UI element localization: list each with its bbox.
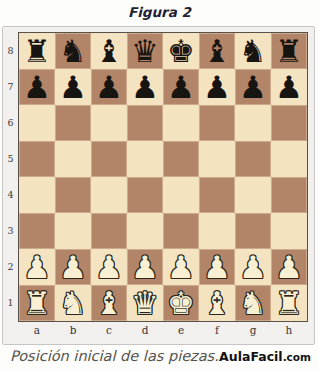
brand-tld: .com [283,351,311,363]
square-b3 [55,213,91,249]
figure-footer: Posición inicial de las piezas. AulaFaci… [0,346,319,364]
file-label-f: f [199,324,235,336]
black-pawn-piece: ♟ [275,69,303,105]
black-pawn-piece: ♟ [239,69,267,105]
brand-logo: AulaFacil.com [219,349,311,364]
square-a4 [19,177,55,213]
rank-label-1: 1 [3,284,18,320]
file-label-h: h [271,324,307,336]
white-pawn-piece: ♟ [131,249,159,285]
file-label-b: b [55,324,91,336]
white-bishop-piece: ♝ [203,285,231,321]
square-e4 [163,177,199,213]
square-g1: ♞ [235,285,271,321]
white-pawn-piece: ♟ [167,249,195,285]
white-pawn-piece: ♟ [59,249,87,285]
square-e7: ♟ [163,69,199,105]
black-pawn-piece: ♟ [167,69,195,105]
white-pawn-piece: ♟ [203,249,231,285]
square-h6 [271,105,307,141]
square-g8: ♞ [235,33,271,69]
rank-label-6: 6 [3,104,18,140]
file-label-c: c [91,324,127,336]
square-d1: ♛ [127,285,163,321]
black-pawn-piece: ♟ [23,69,51,105]
square-f1: ♝ [199,285,235,321]
square-g2: ♟ [235,249,271,285]
square-e6 [163,105,199,141]
figure-caption: Posición inicial de las piezas. [10,348,219,364]
square-f7: ♟ [199,69,235,105]
square-g4 [235,177,271,213]
square-c6 [91,105,127,141]
white-rook-piece: ♜ [23,285,51,321]
black-knight-piece: ♞ [239,33,267,69]
black-rook-piece: ♜ [275,33,303,69]
black-pawn-piece: ♟ [95,69,123,105]
square-f4 [199,177,235,213]
white-king-piece: ♚ [167,285,195,321]
white-knight-piece: ♞ [239,285,267,321]
square-h1: ♜ [271,285,307,321]
black-king-piece: ♚ [167,33,195,69]
square-e5 [163,141,199,177]
black-bishop-piece: ♝ [95,33,123,69]
rank-labels: 87654321 [3,32,18,336]
square-d5 [127,141,163,177]
square-b4 [55,177,91,213]
square-b8: ♞ [55,33,91,69]
square-h8: ♜ [271,33,307,69]
square-h3 [271,213,307,249]
square-d3 [127,213,163,249]
black-pawn-piece: ♟ [203,69,231,105]
brand-name: AulaFacil [219,349,283,364]
square-c5 [91,141,127,177]
file-label-g: g [235,324,271,336]
black-knight-piece: ♞ [59,33,87,69]
board-area: 87654321 ♜♞♝♛♚♝♞♜♟♟♟♟♟♟♟♟♟♟♟♟♟♟♟♟♜♞♝♛♚♝♞… [3,27,314,336]
black-rook-piece: ♜ [23,33,51,69]
square-d4 [127,177,163,213]
rank-label-2: 2 [3,248,18,284]
square-a8: ♜ [19,33,55,69]
square-a3 [19,213,55,249]
square-c4 [91,177,127,213]
file-label-d: d [127,324,163,336]
square-a2: ♟ [19,249,55,285]
rank-label-5: 5 [3,140,18,176]
square-f8: ♝ [199,33,235,69]
square-d2: ♟ [127,249,163,285]
figure-title: Figura 2 [0,0,319,25]
white-rook-piece: ♜ [275,285,303,321]
square-f6 [199,105,235,141]
square-f3 [199,213,235,249]
square-c1: ♝ [91,285,127,321]
square-b1: ♞ [55,285,91,321]
rank-label-8: 8 [3,32,18,68]
square-g5 [235,141,271,177]
white-pawn-piece: ♟ [23,249,51,285]
black-pawn-piece: ♟ [59,69,87,105]
square-h2: ♟ [271,249,307,285]
square-d7: ♟ [127,69,163,105]
rank-label-7: 7 [3,68,18,104]
square-f5 [199,141,235,177]
square-c8: ♝ [91,33,127,69]
square-h4 [271,177,307,213]
white-pawn-piece: ♟ [239,249,267,285]
square-a5 [19,141,55,177]
square-e2: ♟ [163,249,199,285]
square-a7: ♟ [19,69,55,105]
board-wrap: ♜♞♝♛♚♝♞♜♟♟♟♟♟♟♟♟♟♟♟♟♟♟♟♟♜♞♝♛♚♝♞♜ abcdefg… [18,32,308,336]
square-f2: ♟ [199,249,235,285]
white-knight-piece: ♞ [59,285,87,321]
square-b2: ♟ [55,249,91,285]
white-queen-piece: ♛ [131,285,159,321]
square-c7: ♟ [91,69,127,105]
square-g3 [235,213,271,249]
square-g7: ♟ [235,69,271,105]
white-pawn-piece: ♟ [275,249,303,285]
square-a1: ♜ [19,285,55,321]
square-a6 [19,105,55,141]
square-g6 [235,105,271,141]
square-e8: ♚ [163,33,199,69]
square-d8: ♛ [127,33,163,69]
square-c2: ♟ [91,249,127,285]
square-d6 [127,105,163,141]
square-h7: ♟ [271,69,307,105]
square-h5 [271,141,307,177]
file-labels: abcdefgh [19,324,307,336]
square-e3 [163,213,199,249]
black-queen-piece: ♛ [131,33,159,69]
white-pawn-piece: ♟ [95,249,123,285]
rank-label-3: 3 [3,212,18,248]
file-label-a: a [19,324,55,336]
black-bishop-piece: ♝ [203,33,231,69]
black-pawn-piece: ♟ [131,69,159,105]
chess-board: ♜♞♝♛♚♝♞♜♟♟♟♟♟♟♟♟♟♟♟♟♟♟♟♟♜♞♝♛♚♝♞♜ [18,32,308,322]
square-c3 [91,213,127,249]
figure-page: Figura 2 87654321 ♜♞♝♛♚♝♞♜♟♟♟♟♟♟♟♟♟♟♟♟♟♟… [0,0,319,370]
square-b6 [55,105,91,141]
square-e1: ♚ [163,285,199,321]
square-b5 [55,141,91,177]
rank-label-4: 4 [3,176,18,212]
file-label-e: e [163,324,199,336]
board-panel: 87654321 ♜♞♝♛♚♝♞♜♟♟♟♟♟♟♟♟♟♟♟♟♟♟♟♟♜♞♝♛♚♝♞… [2,26,315,345]
square-b7: ♟ [55,69,91,105]
white-bishop-piece: ♝ [95,285,123,321]
